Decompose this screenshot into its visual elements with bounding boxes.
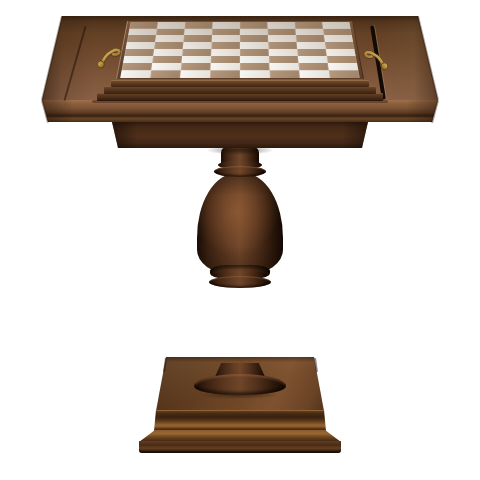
board-platform-shadow	[92, 100, 388, 103]
square-r3c1	[154, 42, 183, 49]
pedestal-ball	[196, 285, 284, 372]
apron-side-shade	[112, 122, 368, 148]
square-r5c1	[152, 56, 182, 63]
bevel-side-shade	[42, 100, 438, 122]
square-r2c5	[268, 35, 297, 42]
square-r6c6	[299, 63, 329, 70]
square-r7c7	[329, 70, 360, 78]
square-r4c5	[269, 49, 298, 56]
pedestal-ring-lower	[209, 276, 271, 288]
pedestal-foot-disc	[194, 374, 286, 395]
square-r6c3	[210, 63, 240, 70]
hook-icon	[92, 42, 127, 71]
square-r1c3	[212, 29, 240, 36]
square-r3c0	[126, 42, 156, 49]
square-r1c7	[323, 29, 352, 36]
square-r2c1	[155, 35, 184, 42]
square-r7c5	[270, 70, 300, 78]
brass-hook-latch-left	[92, 42, 127, 71]
square-r3c5	[268, 42, 297, 49]
base-lower-tier-front	[139, 441, 341, 453]
hook-icon	[359, 45, 393, 73]
square-r6c1	[151, 63, 181, 70]
square-r4c3	[211, 49, 240, 56]
square-r4c0	[124, 49, 154, 56]
square-r1c1	[156, 29, 185, 36]
square-r5c4	[240, 56, 269, 63]
square-r2c6	[296, 35, 325, 42]
square-r5c2	[181, 56, 211, 63]
square-r1c4	[240, 29, 268, 36]
board-grid	[120, 22, 360, 78]
square-r7c3	[210, 70, 240, 78]
board-platform-step-1	[111, 80, 369, 87]
square-r1c5	[268, 29, 296, 36]
square-r7c2	[180, 70, 210, 78]
chess-table-photo	[0, 0, 480, 480]
square-r5c5	[269, 56, 299, 63]
square-r7c1	[150, 70, 181, 78]
pedestal-vase	[197, 173, 283, 274]
pedestal-ring-b	[214, 166, 266, 177]
chessboard	[116, 21, 364, 79]
square-r5c3	[211, 56, 240, 63]
square-r5c7	[327, 56, 357, 63]
square-r2c3	[212, 35, 240, 42]
square-r4c6	[297, 49, 327, 56]
square-r4c2	[182, 49, 211, 56]
tabletop-front-bevel	[42, 100, 438, 122]
square-r4c7	[326, 49, 356, 56]
square-r7c0	[120, 70, 151, 78]
square-r6c4	[240, 63, 270, 70]
square-r3c4	[240, 42, 269, 49]
square-r5c6	[298, 56, 328, 63]
square-r2c4	[240, 35, 268, 42]
square-r3c2	[183, 42, 212, 49]
square-r3c7	[325, 42, 355, 49]
square-r5c0	[123, 56, 153, 63]
square-r2c0	[127, 35, 156, 42]
square-r6c7	[328, 63, 359, 70]
square-r1c2	[184, 29, 212, 36]
square-r6c2	[181, 63, 211, 70]
square-r3c6	[297, 42, 326, 49]
square-r4c1	[153, 49, 183, 56]
board-platform-step-2	[104, 86, 376, 94]
square-r3c3	[211, 42, 240, 49]
square-r4c4	[240, 49, 269, 56]
square-r6c5	[269, 63, 299, 70]
base-upper-tier-front	[154, 410, 326, 431]
square-r1c6	[295, 29, 324, 36]
brass-hook-latch-right	[359, 45, 393, 73]
square-r2c2	[183, 35, 212, 42]
square-r7c6	[299, 70, 330, 78]
vase-shading	[197, 173, 283, 274]
square-r7c4	[240, 70, 270, 78]
square-r1c0	[128, 29, 157, 36]
square-r2c7	[324, 35, 353, 42]
table-apron	[112, 122, 368, 148]
